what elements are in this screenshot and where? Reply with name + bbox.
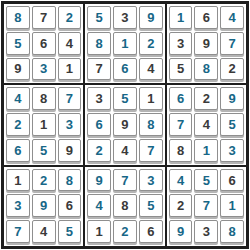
cell-r2c6[interactable]: 2	[139, 32, 163, 55]
cell-r3c5[interactable]: 6	[113, 58, 137, 81]
cell-r9c6[interactable]: 6	[139, 220, 163, 243]
cell-r3c8[interactable]: 8	[194, 58, 218, 81]
cell-r9c9[interactable]: 8	[220, 220, 244, 243]
cell-r8c3[interactable]: 6	[58, 194, 82, 217]
cell-r4c1[interactable]: 4	[6, 87, 30, 110]
cell-r8c2[interactable]: 9	[32, 194, 56, 217]
cell-r5c5[interactable]: 9	[113, 113, 137, 136]
cell-r6c2[interactable]: 5	[32, 139, 56, 162]
cell-r3c6[interactable]: 4	[139, 58, 163, 81]
cell-r5c4[interactable]: 6	[87, 113, 111, 136]
cell-r5c7[interactable]: 7	[169, 113, 193, 136]
cell-r8c1[interactable]: 3	[6, 194, 30, 217]
cell-r7c3[interactable]: 8	[58, 169, 82, 192]
cell-r9c5[interactable]: 2	[113, 220, 137, 243]
cell-r6c6[interactable]: 7	[139, 139, 163, 162]
cell-r1c2[interactable]: 7	[32, 6, 56, 29]
cell-r8c8[interactable]: 7	[194, 194, 218, 217]
cell-r7c5[interactable]: 7	[113, 169, 137, 192]
cell-r6c1[interactable]: 6	[6, 139, 30, 162]
cell-r3c9[interactable]: 2	[220, 58, 244, 81]
cell-r6c3[interactable]: 9	[58, 139, 82, 162]
cell-r2c2[interactable]: 6	[32, 32, 56, 55]
cell-r7c8[interactable]: 5	[194, 169, 218, 192]
sudoku-app: 8725649315398127641643975824872136593516…	[0, 0, 250, 250]
cell-r5c1[interactable]: 2	[6, 113, 30, 136]
cell-r8c4[interactable]: 4	[87, 194, 111, 217]
sudoku-box-7: 128396745	[3, 166, 84, 247]
cell-r6c4[interactable]: 2	[87, 139, 111, 162]
cell-r7c1[interactable]: 1	[6, 169, 30, 192]
cell-r8c9[interactable]: 1	[220, 194, 244, 217]
cell-r2c1[interactable]: 5	[6, 32, 30, 55]
cell-r8c7[interactable]: 2	[169, 194, 193, 217]
cell-r4c5[interactable]: 5	[113, 87, 137, 110]
cell-r7c9[interactable]: 6	[220, 169, 244, 192]
cell-r4c3[interactable]: 7	[58, 87, 82, 110]
sudoku-board: 8725649315398127641643975824872136593516…	[1, 1, 249, 249]
cell-r1c8[interactable]: 6	[194, 6, 218, 29]
cell-r6c8[interactable]: 1	[194, 139, 218, 162]
cell-r1c6[interactable]: 9	[139, 6, 163, 29]
sudoku-box-8: 973485126	[84, 166, 165, 247]
cell-r1c5[interactable]: 3	[113, 6, 137, 29]
cell-r9c7[interactable]: 9	[169, 220, 193, 243]
cell-r8c6[interactable]: 5	[139, 194, 163, 217]
cell-r2c7[interactable]: 3	[169, 32, 193, 55]
cell-r4c9[interactable]: 9	[220, 87, 244, 110]
cell-r7c4[interactable]: 9	[87, 169, 111, 192]
sudoku-box-4: 487213659	[3, 84, 84, 165]
cell-r7c6[interactable]: 3	[139, 169, 163, 192]
cell-r4c8[interactable]: 2	[194, 87, 218, 110]
sudoku-box-2: 539812764	[84, 3, 165, 84]
cell-r3c7[interactable]: 5	[169, 58, 193, 81]
sudoku-box-9: 456271938	[166, 166, 247, 247]
cell-r3c3[interactable]: 1	[58, 58, 82, 81]
cell-r7c7[interactable]: 4	[169, 169, 193, 192]
cell-r1c3[interactable]: 2	[58, 6, 82, 29]
cell-r8c5[interactable]: 8	[113, 194, 137, 217]
cell-r1c7[interactable]: 1	[169, 6, 193, 29]
cell-r9c3[interactable]: 5	[58, 220, 82, 243]
cell-r2c9[interactable]: 7	[220, 32, 244, 55]
cell-r9c2[interactable]: 4	[32, 220, 56, 243]
cell-r5c9[interactable]: 5	[220, 113, 244, 136]
cell-r9c4[interactable]: 1	[87, 220, 111, 243]
cell-r4c6[interactable]: 1	[139, 87, 163, 110]
cell-r9c8[interactable]: 3	[194, 220, 218, 243]
cell-r6c7[interactable]: 8	[169, 139, 193, 162]
cell-r5c8[interactable]: 4	[194, 113, 218, 136]
sudoku-box-1: 872564931	[3, 3, 84, 84]
cell-r9c1[interactable]: 7	[6, 220, 30, 243]
cell-r2c3[interactable]: 4	[58, 32, 82, 55]
cell-r7c2[interactable]: 2	[32, 169, 56, 192]
cell-r1c9[interactable]: 4	[220, 6, 244, 29]
cell-r3c1[interactable]: 9	[6, 58, 30, 81]
sudoku-box-6: 629745813	[166, 84, 247, 165]
sudoku-box-5: 351698247	[84, 84, 165, 165]
cell-r1c1[interactable]: 8	[6, 6, 30, 29]
cell-r2c8[interactable]: 9	[194, 32, 218, 55]
cell-r4c2[interactable]: 8	[32, 87, 56, 110]
cell-r5c3[interactable]: 3	[58, 113, 82, 136]
cell-r4c4[interactable]: 3	[87, 87, 111, 110]
cell-r6c9[interactable]: 3	[220, 139, 244, 162]
cell-r5c6[interactable]: 8	[139, 113, 163, 136]
cell-r1c4[interactable]: 5	[87, 6, 111, 29]
sudoku-box-3: 164397582	[166, 3, 247, 84]
cell-r3c2[interactable]: 3	[32, 58, 56, 81]
cell-r2c5[interactable]: 1	[113, 32, 137, 55]
cell-r4c7[interactable]: 6	[169, 87, 193, 110]
cell-r6c5[interactable]: 4	[113, 139, 137, 162]
cell-r2c4[interactable]: 8	[87, 32, 111, 55]
cell-r3c4[interactable]: 7	[87, 58, 111, 81]
cell-r5c2[interactable]: 1	[32, 113, 56, 136]
